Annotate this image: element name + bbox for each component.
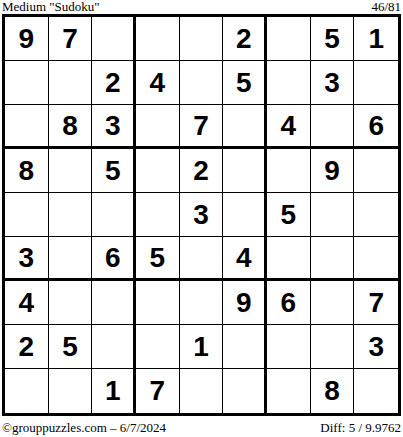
cell-r5c6[interactable] <box>223 193 267 237</box>
cell-r2c5[interactable] <box>180 61 224 105</box>
cell-r2c3: 2 <box>92 61 136 105</box>
cell-r9c8: 8 <box>311 369 355 413</box>
cell-r5c3[interactable] <box>92 193 136 237</box>
difficulty-text: Diff: 5 / 9.9762 <box>320 421 401 435</box>
cell-r7c8[interactable] <box>311 281 355 325</box>
cell-r1c1: 9 <box>5 17 49 61</box>
cell-r2c7[interactable] <box>267 61 311 105</box>
cell-r3c1[interactable] <box>5 105 49 149</box>
cell-r9c2[interactable] <box>49 369 93 413</box>
cell-r1c4[interactable] <box>136 17 180 61</box>
cell-r7c9: 7 <box>354 281 398 325</box>
cell-r7c1: 4 <box>5 281 49 325</box>
cell-r3c9: 6 <box>354 105 398 149</box>
cell-r8c8[interactable] <box>311 325 355 369</box>
cell-r1c5[interactable] <box>180 17 224 61</box>
cell-r6c9[interactable] <box>354 237 398 281</box>
cell-r5c8[interactable] <box>311 193 355 237</box>
cell-r4c6[interactable] <box>223 149 267 193</box>
cell-r2c4: 4 <box>136 61 180 105</box>
cell-r9c1[interactable] <box>5 369 49 413</box>
cell-r1c2: 7 <box>49 17 93 61</box>
cell-r8c5: 1 <box>180 325 224 369</box>
cell-r9c6[interactable] <box>223 369 267 413</box>
cell-r7c6: 9 <box>223 281 267 325</box>
cell-r2c1[interactable] <box>5 61 49 105</box>
cell-r7c5[interactable] <box>180 281 224 325</box>
cell-r4c3: 5 <box>92 149 136 193</box>
cell-r5c9[interactable] <box>354 193 398 237</box>
cell-r6c4: 5 <box>136 237 180 281</box>
cell-r4c9[interactable] <box>354 149 398 193</box>
cell-r3c4[interactable] <box>136 105 180 149</box>
cell-r9c3: 1 <box>92 369 136 413</box>
cell-r2c9[interactable] <box>354 61 398 105</box>
cell-r6c3: 6 <box>92 237 136 281</box>
cell-r4c7[interactable] <box>267 149 311 193</box>
cell-r6c5[interactable] <box>180 237 224 281</box>
cell-r3c5: 7 <box>180 105 224 149</box>
cell-r2c6: 5 <box>223 61 267 105</box>
header: Medium "Sudoku" 46/81 <box>0 0 403 14</box>
cell-r3c3: 3 <box>92 105 136 149</box>
cell-r6c8[interactable] <box>311 237 355 281</box>
cell-r4c2[interactable] <box>49 149 93 193</box>
copyright-text: ©grouppuzzles.com – 6/7/2024 <box>2 421 166 435</box>
cell-r4c5: 2 <box>180 149 224 193</box>
cell-r9c4: 7 <box>136 369 180 413</box>
cell-r1c3[interactable] <box>92 17 136 61</box>
cell-r1c8: 5 <box>311 17 355 61</box>
cell-r2c2[interactable] <box>49 61 93 105</box>
cell-r4c1: 8 <box>5 149 49 193</box>
cell-r8c9: 3 <box>354 325 398 369</box>
page: { "game": "sudoku", "position": "97...2.… <box>0 0 403 437</box>
cell-r1c7[interactable] <box>267 17 311 61</box>
cell-r5c7: 5 <box>267 193 311 237</box>
cell-r2c8: 3 <box>311 61 355 105</box>
cell-r6c2[interactable] <box>49 237 93 281</box>
cell-r8c1: 2 <box>5 325 49 369</box>
cell-r3c2: 8 <box>49 105 93 149</box>
cell-r8c2: 5 <box>49 325 93 369</box>
cell-r6c1: 3 <box>5 237 49 281</box>
cell-r9c9[interactable] <box>354 369 398 413</box>
cell-r7c7: 6 <box>267 281 311 325</box>
cell-r7c2[interactable] <box>49 281 93 325</box>
cell-r4c8: 9 <box>311 149 355 193</box>
cell-r5c4[interactable] <box>136 193 180 237</box>
cell-r8c4[interactable] <box>136 325 180 369</box>
cell-r5c5: 3 <box>180 193 224 237</box>
footer: ©grouppuzzles.com – 6/7/2024 Diff: 5 / 9… <box>0 416 403 435</box>
cell-r6c6: 4 <box>223 237 267 281</box>
cell-r5c2[interactable] <box>49 193 93 237</box>
cell-r9c5[interactable] <box>180 369 224 413</box>
cell-r5c1[interactable] <box>5 193 49 237</box>
cell-r3c6[interactable] <box>223 105 267 149</box>
cell-r4c4[interactable] <box>136 149 180 193</box>
cell-r6c7[interactable] <box>267 237 311 281</box>
clue-counter: 46/81 <box>371 0 401 13</box>
cell-r7c3[interactable] <box>92 281 136 325</box>
cell-r8c7[interactable] <box>267 325 311 369</box>
cell-r3c7: 4 <box>267 105 311 149</box>
cell-r8c6[interactable] <box>223 325 267 369</box>
cell-r1c9: 1 <box>354 17 398 61</box>
cell-r1c6: 2 <box>223 17 267 61</box>
puzzle-title: Medium "Sudoku" <box>2 0 100 13</box>
cell-r7c4[interactable] <box>136 281 180 325</box>
cell-r8c3[interactable] <box>92 325 136 369</box>
cell-r3c8[interactable] <box>311 105 355 149</box>
sudoku-grid: 97251245383746852935365449672513178 <box>2 14 401 416</box>
cell-r9c7[interactable] <box>267 369 311 413</box>
